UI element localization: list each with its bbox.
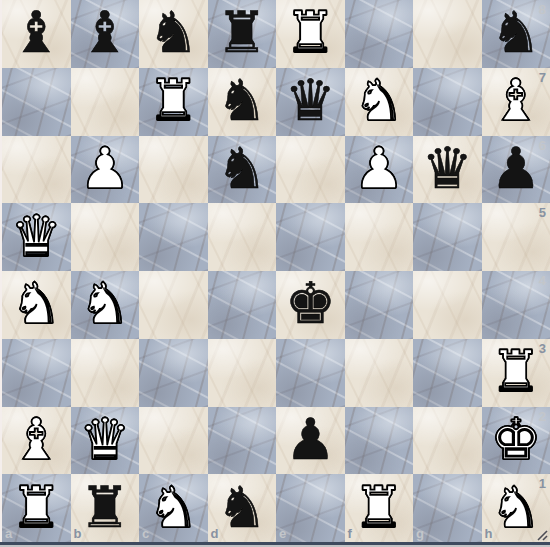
square-f5[interactable] (345, 203, 414, 271)
square-a1[interactable]: ♜a (2, 474, 71, 542)
square-f1[interactable]: ♜f (345, 474, 414, 542)
square-a5[interactable]: ♛ (2, 203, 71, 271)
piece-black-queen[interactable]: ♛ (422, 140, 473, 197)
square-e6[interactable] (276, 136, 345, 204)
square-e1[interactable]: e (276, 474, 345, 542)
square-a8[interactable]: ♝ (2, 0, 71, 68)
coord-file-g: g (416, 527, 424, 540)
piece-white-knight[interactable]: ♞ (79, 275, 130, 332)
square-c3[interactable] (139, 339, 208, 407)
coord-rank-4: 4 (539, 274, 546, 287)
square-h3[interactable]: ♜3 (482, 339, 550, 407)
square-g8[interactable] (413, 0, 482, 68)
square-c4[interactable] (139, 271, 208, 339)
piece-black-rook[interactable]: ♜ (79, 479, 130, 536)
square-f6[interactable]: ♟ (345, 136, 414, 204)
square-h4[interactable]: 4 (482, 271, 550, 339)
square-b6[interactable]: ♟ (71, 136, 140, 204)
square-d3[interactable] (208, 339, 277, 407)
coord-rank-7: 7 (539, 71, 546, 84)
piece-white-pawn[interactable]: ♟ (79, 140, 130, 197)
square-c7[interactable]: ♜ (139, 68, 208, 136)
piece-white-rook[interactable]: ♜ (148, 72, 199, 129)
piece-white-rook[interactable]: ♜ (11, 479, 62, 536)
coord-file-e: e (279, 527, 286, 540)
square-b5[interactable] (71, 203, 140, 271)
square-e3[interactable] (276, 339, 345, 407)
chess-app-window: ♝♝♞♜♜♞8♜♞♛♞♝7♟♞♟♛♟6♛5♞♞♚4♜3♝♛♟♚2♜a♜b♞c♞d… (0, 0, 550, 547)
coord-file-a: a (5, 527, 12, 540)
piece-black-pawn[interactable]: ♟ (490, 140, 541, 197)
piece-black-knight[interactable]: ♞ (148, 4, 199, 61)
square-a4[interactable]: ♞ (2, 271, 71, 339)
coord-rank-1: 1 (539, 477, 546, 490)
piece-black-knight[interactable]: ♞ (216, 72, 267, 129)
chess-board: ♝♝♞♜♜♞8♜♞♛♞♝7♟♞♟♛♟6♛5♞♞♚4♜3♝♛♟♚2♜a♜b♞c♞d… (2, 0, 550, 542)
square-g4[interactable] (413, 271, 482, 339)
square-f7[interactable]: ♞ (345, 68, 414, 136)
square-d6[interactable]: ♞ (208, 136, 277, 204)
square-b2[interactable]: ♛ (71, 407, 140, 475)
piece-white-bishop[interactable]: ♝ (11, 411, 62, 468)
piece-white-knight[interactable]: ♞ (490, 479, 541, 536)
square-f4[interactable] (345, 271, 414, 339)
square-b8[interactable]: ♝ (71, 0, 140, 68)
square-e8[interactable]: ♜ (276, 0, 345, 68)
square-g7[interactable] (413, 68, 482, 136)
square-c8[interactable]: ♞ (139, 0, 208, 68)
piece-black-king[interactable]: ♚ (285, 275, 336, 332)
piece-white-rook[interactable]: ♜ (353, 479, 404, 536)
square-b7[interactable] (71, 68, 140, 136)
square-h6[interactable]: ♟6 (482, 136, 550, 204)
piece-black-knight[interactable]: ♞ (216, 479, 267, 536)
square-f2[interactable] (345, 407, 414, 475)
coord-rank-3: 3 (539, 342, 546, 355)
square-g3[interactable] (413, 339, 482, 407)
square-a7[interactable] (2, 68, 71, 136)
coord-file-h: h (485, 527, 493, 540)
square-h5[interactable]: 5 (482, 203, 550, 271)
square-g1[interactable]: g (413, 474, 482, 542)
coord-file-c: c (142, 527, 149, 540)
square-g5[interactable] (413, 203, 482, 271)
piece-black-bishop[interactable]: ♝ (79, 4, 130, 61)
piece-black-rook[interactable]: ♜ (216, 4, 267, 61)
square-f8[interactable] (345, 0, 414, 68)
piece-white-rook[interactable]: ♜ (490, 343, 541, 400)
piece-black-pawn[interactable]: ♟ (285, 411, 336, 468)
square-e2[interactable]: ♟ (276, 407, 345, 475)
square-g6[interactable]: ♛ (413, 136, 482, 204)
square-d7[interactable]: ♞ (208, 68, 277, 136)
square-b3[interactable] (71, 339, 140, 407)
square-h2[interactable]: ♚2 (482, 407, 550, 475)
square-c5[interactable] (139, 203, 208, 271)
piece-black-queen[interactable]: ♛ (285, 72, 336, 129)
square-d1[interactable]: ♞d (208, 474, 277, 542)
piece-white-king[interactable]: ♚ (490, 411, 541, 468)
piece-black-knight[interactable]: ♞ (490, 4, 541, 61)
square-g2[interactable] (413, 407, 482, 475)
square-f3[interactable] (345, 339, 414, 407)
square-a2[interactable]: ♝ (2, 407, 71, 475)
piece-white-queen[interactable]: ♛ (11, 208, 62, 265)
piece-white-knight[interactable]: ♞ (148, 479, 199, 536)
coord-rank-8: 8 (539, 3, 546, 16)
square-d5[interactable] (208, 203, 277, 271)
piece-white-rook[interactable]: ♜ (285, 4, 336, 61)
square-e5[interactable] (276, 203, 345, 271)
square-c6[interactable] (139, 136, 208, 204)
coord-rank-5: 5 (539, 206, 546, 219)
square-e4[interactable]: ♚ (276, 271, 345, 339)
coord-rank-6: 6 (539, 139, 546, 152)
square-d2[interactable] (208, 407, 277, 475)
piece-white-bishop[interactable]: ♝ (490, 72, 541, 129)
square-b4[interactable]: ♞ (71, 271, 140, 339)
coord-file-f: f (348, 527, 352, 540)
square-d4[interactable] (208, 271, 277, 339)
coord-rank-2: 2 (539, 410, 546, 423)
resize-handle-icon[interactable] (535, 527, 548, 540)
square-c1[interactable]: ♞c (139, 474, 208, 542)
square-c2[interactable] (139, 407, 208, 475)
square-h7[interactable]: ♝7 (482, 68, 550, 136)
square-d8[interactable]: ♜ (208, 0, 277, 68)
piece-black-bishop[interactable]: ♝ (11, 4, 62, 61)
square-a3[interactable] (2, 339, 71, 407)
piece-black-knight[interactable]: ♞ (216, 140, 267, 197)
piece-white-knight[interactable]: ♞ (11, 275, 62, 332)
piece-white-pawn[interactable]: ♟ (353, 140, 404, 197)
piece-white-queen[interactable]: ♛ (79, 411, 130, 468)
coord-file-b: b (74, 527, 82, 540)
coord-file-d: d (211, 527, 219, 540)
square-h8[interactable]: ♞8 (482, 0, 550, 68)
square-b1[interactable]: ♜b (71, 474, 140, 542)
square-e7[interactable]: ♛ (276, 68, 345, 136)
square-a6[interactable] (2, 136, 71, 204)
piece-white-knight[interactable]: ♞ (353, 72, 404, 129)
